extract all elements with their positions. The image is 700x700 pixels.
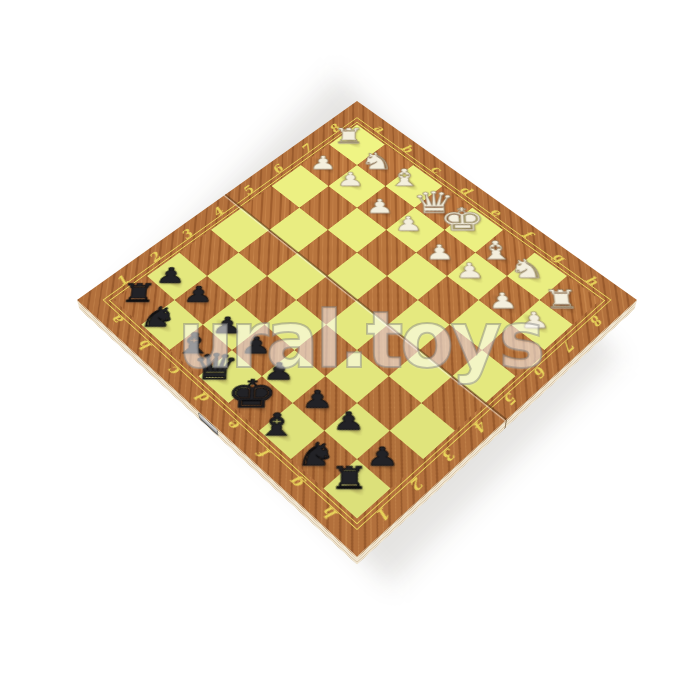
square-f4[interactable] — [357, 325, 420, 376]
piece-white-rook-a8[interactable]: ♜ — [323, 125, 374, 146]
square-f5[interactable] — [388, 300, 450, 350]
piece-white-knight-g8[interactable]: ♞ — [498, 256, 556, 282]
square-e4[interactable] — [326, 300, 388, 350]
square-g5[interactable] — [420, 325, 483, 376]
square-g2[interactable] — [324, 403, 389, 459]
piece-white-pawn-f7[interactable]: ♟ — [442, 259, 498, 280]
product-photo: ural.toys aa88bb77cc66dd55ee44ff33gg22hh… — [0, 0, 700, 700]
square-d2[interactable] — [232, 325, 295, 376]
square-g4[interactable] — [389, 350, 452, 403]
chess-board: aa88bb77cc66dd55ee44ff33gg22hh11 ♜♞♝♛♚♝♞… — [77, 101, 637, 557]
piece-white-king-e8[interactable]: ♚ — [435, 204, 490, 236]
square-d3[interactable] — [265, 300, 327, 350]
fold-seam-side — [504, 419, 507, 429]
piece-white-pawn-d7[interactable]: ♟ — [381, 213, 435, 233]
piece-white-pawn-b7[interactable]: ♟ — [324, 169, 376, 188]
square-e2[interactable] — [262, 350, 325, 403]
scene: aa88bb77cc66dd55ee44ff33gg22hh11 ♜♞♝♛♚♝♞… — [0, 0, 700, 700]
square-e3[interactable] — [294, 325, 357, 376]
